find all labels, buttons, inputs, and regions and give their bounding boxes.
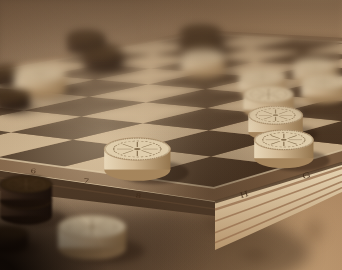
photo-stage: Sepia photograph of a wooden folding che… [0,0,342,270]
checkers-scene: Sepia photograph of a wooden folding che… [0,0,342,270]
depth-haze [0,0,342,270]
